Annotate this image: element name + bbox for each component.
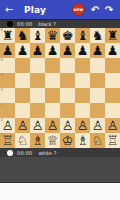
square-e5[interactable]: [60, 73, 75, 88]
white-pawn: ♙: [15, 118, 30, 133]
black-knight: ♞: [90, 28, 105, 43]
black-pawn: ♟: [105, 43, 120, 58]
square-d7[interactable]: ♟: [45, 43, 60, 58]
square-b3[interactable]: [15, 103, 30, 118]
page-background: [0, 183, 120, 200]
square-c1[interactable]: ♗: [30, 133, 45, 148]
white-king: ♔: [60, 133, 75, 148]
black-pawn: ♟: [0, 43, 15, 58]
square-h6[interactable]: [105, 58, 120, 73]
square-a2[interactable]: 2♙: [0, 118, 15, 133]
black-pawn: ♟: [15, 43, 30, 58]
square-f7[interactable]: ♟: [75, 43, 90, 58]
new-badge[interactable]: NEW: [72, 3, 85, 16]
square-g4[interactable]: [90, 88, 105, 103]
square-d4[interactable]: [45, 88, 60, 103]
square-d1[interactable]: ♕: [45, 133, 60, 148]
white-pawn: ♙: [105, 118, 120, 133]
square-f2[interactable]: ♙: [75, 118, 90, 133]
square-e6[interactable]: [60, 58, 75, 73]
black-rook: ♜: [105, 28, 120, 43]
undo-icon[interactable]: ↶: [88, 0, 102, 19]
square-b4[interactable]: [15, 88, 30, 103]
square-a5[interactable]: 5: [0, 73, 15, 88]
black-queen: ♛: [45, 28, 60, 43]
white-color-indicator: [7, 150, 13, 156]
square-b2[interactable]: ♙: [15, 118, 30, 133]
square-g7[interactable]: ♟: [90, 43, 105, 58]
white-knight: ♘: [90, 133, 105, 148]
white-pawn: ♙: [0, 118, 15, 133]
square-e2[interactable]: ♙: [60, 118, 75, 133]
black-king: ♚: [60, 28, 75, 43]
black-pawn: ♟: [45, 43, 60, 58]
square-e3[interactable]: [60, 103, 75, 118]
black-rook: ♜: [0, 28, 15, 43]
square-d6[interactable]: [45, 58, 60, 73]
square-d3[interactable]: [45, 103, 60, 118]
white-pawn: ♙: [45, 118, 60, 133]
square-e1[interactable]: ♔: [60, 133, 75, 148]
white-pawn: ♙: [30, 118, 45, 133]
square-c6[interactable]: [30, 58, 45, 73]
square-h5[interactable]: [105, 73, 120, 88]
square-g8[interactable]: ♞: [90, 28, 105, 43]
rank-label-5: 5: [1, 73, 4, 77]
white-player-bar: 00:00 white ?: [0, 148, 120, 157]
black-player-label: black ?: [38, 21, 56, 27]
square-a1[interactable]: 1♖: [0, 133, 15, 148]
redo-icon[interactable]: ↷: [102, 0, 116, 19]
white-pawn: ♙: [90, 118, 105, 133]
square-h2[interactable]: ♙: [105, 118, 120, 133]
square-g2[interactable]: ♙: [90, 118, 105, 133]
white-pawn: ♙: [75, 118, 90, 133]
square-d2[interactable]: ♙: [45, 118, 60, 133]
black-pawn: ♟: [60, 43, 75, 58]
square-c8[interactable]: ♝: [30, 28, 45, 43]
square-h4[interactable]: [105, 88, 120, 103]
black-bishop: ♝: [30, 28, 45, 43]
square-c3[interactable]: [30, 103, 45, 118]
white-pawn: ♙: [60, 118, 75, 133]
white-rook: ♖: [105, 133, 120, 148]
rank-label-3: 3: [1, 103, 4, 107]
square-a3[interactable]: 3: [0, 103, 15, 118]
square-d8[interactable]: ♛: [45, 28, 60, 43]
square-h3[interactable]: [105, 103, 120, 118]
square-c4[interactable]: [30, 88, 45, 103]
rank-label-6: 6: [1, 58, 4, 62]
new-badge-label: NEW: [74, 8, 84, 12]
square-a6[interactable]: 6: [0, 58, 15, 73]
white-knight: ♘: [15, 133, 30, 148]
white-bishop: ♗: [75, 133, 90, 148]
black-knight: ♞: [15, 28, 30, 43]
square-g6[interactable]: [90, 58, 105, 73]
chess-board: 8♜♞♝♛♚♝♞♜7♟♟♟♟♟♟♟♟65432♙♙♙♙♙♙♙♙1♖♘♗♕♔♗♘♖: [0, 28, 120, 148]
square-f8[interactable]: ♝: [75, 28, 90, 43]
white-rook: ♖: [0, 133, 15, 148]
black-pawn: ♟: [75, 43, 90, 58]
square-e4[interactable]: [60, 88, 75, 103]
white-queen: ♕: [45, 133, 60, 148]
square-e7[interactable]: ♟: [60, 43, 75, 58]
square-g5[interactable]: [90, 73, 105, 88]
square-d5[interactable]: [45, 73, 60, 88]
square-f6[interactable]: [75, 58, 90, 73]
square-a7[interactable]: 7♟: [0, 43, 15, 58]
square-f4[interactable]: [75, 88, 90, 103]
move-panel: [0, 157, 120, 183]
square-h7[interactable]: ♟: [105, 43, 120, 58]
back-arrow-icon[interactable]: ←: [5, 0, 17, 19]
black-player-bar: 00:00 black ?: [0, 19, 120, 28]
page-title: Play: [24, 5, 72, 15]
square-b6[interactable]: [15, 58, 30, 73]
white-clock: 00:00: [17, 150, 32, 156]
black-bishop: ♝: [75, 28, 90, 43]
square-b1[interactable]: ♘: [15, 133, 30, 148]
square-b8[interactable]: ♞: [15, 28, 30, 43]
square-a4[interactable]: 4: [0, 88, 15, 103]
square-g3[interactable]: [90, 103, 105, 118]
app-bar: ← Play NEW ↶ ↷: [0, 0, 120, 19]
square-g1[interactable]: ♘: [90, 133, 105, 148]
square-f5[interactable]: [75, 73, 90, 88]
white-player-label: white ?: [38, 150, 56, 156]
square-h1[interactable]: ♖: [105, 133, 120, 148]
square-c5[interactable]: [30, 73, 45, 88]
square-c2[interactable]: ♙: [30, 118, 45, 133]
black-color-indicator: [7, 21, 13, 27]
white-bishop: ♗: [30, 133, 45, 148]
square-b5[interactable]: [15, 73, 30, 88]
black-clock: 00:00: [17, 21, 32, 27]
square-e8[interactable]: ♚: [60, 28, 75, 43]
black-pawn: ♟: [30, 43, 45, 58]
rank-label-4: 4: [1, 88, 4, 92]
square-a8[interactable]: 8♜: [0, 28, 15, 43]
square-f1[interactable]: ♗: [75, 133, 90, 148]
square-h8[interactable]: ♜: [105, 28, 120, 43]
square-f3[interactable]: [75, 103, 90, 118]
square-c7[interactable]: ♟: [30, 43, 45, 58]
square-b7[interactable]: ♟: [15, 43, 30, 58]
black-pawn: ♟: [90, 43, 105, 58]
